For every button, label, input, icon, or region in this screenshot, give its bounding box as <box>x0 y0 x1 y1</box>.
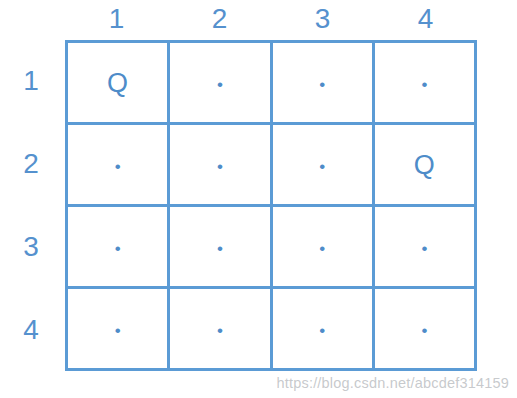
cell-r1c3-empty: • <box>273 43 372 122</box>
col-label-4: 4 <box>374 0 477 38</box>
col-label-3: 3 <box>271 0 374 38</box>
cell-r2c3-empty: • <box>273 125 372 204</box>
cell-r3c4-empty: • <box>375 207 474 286</box>
cell-r4c3-empty: • <box>273 289 372 368</box>
col-label-2: 2 <box>168 0 271 38</box>
row-label-2: 2 <box>0 123 62 206</box>
row-label-1: 1 <box>0 40 62 123</box>
cell-r1c1-queen: Q <box>68 43 167 122</box>
cell-r1c2-empty: • <box>170 43 269 122</box>
cell-r4c4-empty: • <box>375 289 474 368</box>
cell-r4c1-empty: • <box>68 289 167 368</box>
cell-r4c2-empty: • <box>170 289 269 368</box>
cell-r3c2-empty: • <box>170 207 269 286</box>
cell-r1c4-empty: • <box>375 43 474 122</box>
cell-r2c4-queen: Q <box>375 125 474 204</box>
row-label-4: 4 <box>0 288 62 371</box>
watermark-url: https://blog.csdn.net/abcdef314159 <box>276 375 509 391</box>
cell-r3c1-empty: • <box>68 207 167 286</box>
col-label-1: 1 <box>65 0 168 38</box>
cell-r3c3-empty: • <box>273 207 372 286</box>
cell-r2c2-empty: • <box>170 125 269 204</box>
n-queens-board: Q••••••Q•••••••• <box>65 40 477 371</box>
row-label-3: 3 <box>0 206 62 289</box>
row-labels: 1234 <box>0 40 62 371</box>
cell-r2c1-empty: • <box>68 125 167 204</box>
column-labels: 1234 <box>65 0 477 38</box>
